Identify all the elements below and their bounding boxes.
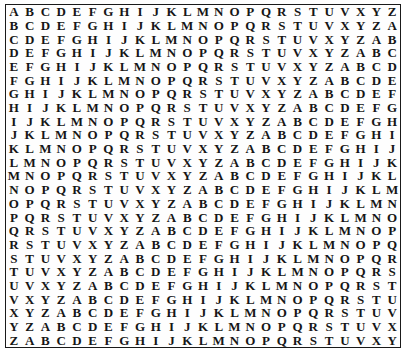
grid-cell-r10c2: K <box>22 128 38 142</box>
grid-cell-r24c11: I <box>164 320 180 334</box>
grid-cell-r13c10: V <box>148 169 164 183</box>
grid-cell-r21c10: E <box>148 279 164 293</box>
grid-cell-r11c6: P <box>85 142 101 156</box>
grid-cell-r18c22: N <box>337 238 353 252</box>
grid-cell-r4c11: N <box>164 46 180 60</box>
grid-cell-r5c25: D <box>384 60 400 74</box>
grid-cell-r9c25: H <box>384 114 400 128</box>
grid-cell-r3c5: G <box>69 32 85 46</box>
grid-cell-r18c20: L <box>305 238 321 252</box>
grid-cell-r18c14: F <box>211 238 227 252</box>
grid-cell-r15c4: R <box>53 197 69 211</box>
grid-cell-r17c19: J <box>290 224 306 238</box>
grid-cell-r8c10: Q <box>148 101 164 115</box>
grid-cell-r22c2: X <box>22 292 38 306</box>
grid-cell-r25c2: A <box>22 333 38 347</box>
grid-cell-r14c3: P <box>38 183 54 197</box>
grid-cell-r14c12: Z <box>179 183 195 197</box>
grid-cell-r12c19: E <box>290 155 306 169</box>
grid-cell-r21c9: D <box>132 279 148 293</box>
grid-cell-r17c10: A <box>148 224 164 238</box>
grid-cell-r12c10: U <box>148 155 164 169</box>
grid-cell-r18c7: Y <box>101 238 117 252</box>
grid-cell-r19c15: H <box>227 251 243 265</box>
grid-cell-r22c23: S <box>353 292 369 306</box>
grid-cell-r16c15: E <box>227 210 243 224</box>
grid-cell-r6c5: J <box>69 73 85 87</box>
grid-cell-r11c9: S <box>132 142 148 156</box>
grid-cell-r11c23: H <box>353 142 369 156</box>
grid-cell-r17c25: P <box>384 224 400 238</box>
grid-cell-r8c4: K <box>53 101 69 115</box>
grid-cell-r8c8: O <box>116 101 132 115</box>
grid-cell-r11c2: L <box>22 142 38 156</box>
grid-cell-r22c11: G <box>164 292 180 306</box>
grid-cell-r1c19: S <box>290 5 306 19</box>
grid-cell-r22c1: V <box>6 292 22 306</box>
grid-cell-r16c19: I <box>290 210 306 224</box>
grid-cell-r14c7: T <box>101 183 117 197</box>
grid-cell-r22c7: C <box>101 292 117 306</box>
grid-cell-r5c10: N <box>148 60 164 74</box>
grid-cell-r6c6: K <box>85 73 101 87</box>
grid-cell-r20c7: A <box>101 265 117 279</box>
grid-cell-r11c12: V <box>179 142 195 156</box>
grid-cell-r2c11: L <box>164 19 180 33</box>
grid-cell-r19c22: O <box>337 251 353 265</box>
grid-cell-r20c19: M <box>290 265 306 279</box>
grid-cell-r24c23: U <box>353 320 369 334</box>
grid-cell-r5c11: O <box>164 60 180 74</box>
grid-cell-r24c8: F <box>116 320 132 334</box>
grid-cell-r25c1: Z <box>6 333 22 347</box>
grid-cell-r21c20: O <box>305 279 321 293</box>
grid-cell-r8c2: I <box>22 101 38 115</box>
grid-cell-r1c14: N <box>211 5 227 19</box>
grid-cell-r7c20: A <box>305 87 321 101</box>
grid-cell-r9c23: F <box>353 114 369 128</box>
grid-cell-r2c5: F <box>69 19 85 33</box>
grid-cell-r22c13: I <box>195 292 211 306</box>
grid-cell-r22c20: P <box>305 292 321 306</box>
grid-cell-r1c2: B <box>22 5 38 19</box>
grid-cell-r11c14: Y <box>211 142 227 156</box>
grid-cell-r3c10: L <box>148 32 164 46</box>
grid-cell-r10c12: U <box>179 128 195 142</box>
grid-cell-r22c22: R <box>337 292 353 306</box>
grid-cell-r18c1: R <box>6 238 22 252</box>
grid-cell-r16c14: D <box>211 210 227 224</box>
grid-cell-r8c5: L <box>69 101 85 115</box>
grid-cell-r18c17: I <box>258 238 274 252</box>
grid-cell-r16c21: K <box>321 210 337 224</box>
grid-cell-r20c3: V <box>38 265 54 279</box>
grid-cell-r20c6: Z <box>85 265 101 279</box>
grid-cell-r3c1: C <box>6 32 22 46</box>
grid-cell-r9c3: K <box>38 114 54 128</box>
grid-cell-r3c15: Q <box>227 32 243 46</box>
grid-cell-r24c2: Z <box>22 320 38 334</box>
grid-cell-r10c18: B <box>274 128 290 142</box>
grid-cell-r11c10: T <box>148 142 164 156</box>
grid-cell-r6c11: P <box>164 73 180 87</box>
grid-cell-r25c7: F <box>101 333 117 347</box>
grid-cell-r6c20: Z <box>305 73 321 87</box>
grid-cell-r13c1: M <box>6 169 22 183</box>
grid-cell-r20c12: F <box>179 265 195 279</box>
grid-cell-r21c3: X <box>38 279 54 293</box>
grid-cell-r22c15: K <box>227 292 243 306</box>
grid-cell-r25c21: T <box>321 333 337 347</box>
grid-cell-r1c10: J <box>148 5 164 19</box>
grid-cell-r20c20: N <box>305 265 321 279</box>
grid-cell-r19c13: F <box>195 251 211 265</box>
grid-cell-r11c17: B <box>258 142 274 156</box>
grid-cell-r1c3: C <box>38 5 54 19</box>
grid-cell-r5c14: R <box>211 60 227 74</box>
grid-cell-r16c23: M <box>353 210 369 224</box>
grid-cell-r16c11: A <box>164 210 180 224</box>
grid-cell-r2c8: I <box>116 19 132 33</box>
grid-cell-r1c11: K <box>164 5 180 19</box>
grid-cell-r1c25: Z <box>384 5 400 19</box>
grid-cell-r19c12: E <box>179 251 195 265</box>
grid-cell-r7c16: V <box>242 87 258 101</box>
grid-cell-r22c4: Z <box>53 292 69 306</box>
grid-cell-r23c22: S <box>337 306 353 320</box>
grid-cell-r20c17: K <box>258 265 274 279</box>
grid-cell-r14c18: F <box>274 183 290 197</box>
grid-cell-r7c21: B <box>321 87 337 101</box>
grid-cell-r20c8: B <box>116 265 132 279</box>
grid-cell-r3c11: M <box>164 32 180 46</box>
grid-cell-r17c3: S <box>38 224 54 238</box>
grid-cell-r6c15: T <box>227 73 243 87</box>
grid-cell-r1c17: Q <box>258 5 274 19</box>
grid-cell-r18c12: D <box>179 238 195 252</box>
grid-cell-r12c13: Y <box>195 155 211 169</box>
grid-cell-r14c23: K <box>353 183 369 197</box>
grid-cell-r25c5: D <box>69 333 85 347</box>
grid-cell-r25c8: G <box>116 333 132 347</box>
grid-cell-r15c16: E <box>242 197 258 211</box>
grid-cell-r10c25: I <box>384 128 400 142</box>
grid-cell-r23c14: K <box>211 306 227 320</box>
grid-cell-r14c24: L <box>368 183 384 197</box>
grid-cell-r8c18: Z <box>274 101 290 115</box>
grid-cell-r13c21: H <box>321 169 337 183</box>
grid-cell-r15c11: Z <box>164 197 180 211</box>
grid-cell-r12c5: P <box>69 155 85 169</box>
grid-cell-r5c24: C <box>368 60 384 74</box>
grid-cell-r9c9: Q <box>132 114 148 128</box>
grid-cell-r18c21: M <box>321 238 337 252</box>
grid-cell-r11c11: U <box>164 142 180 156</box>
grid-cell-r15c22: K <box>337 197 353 211</box>
grid-cell-r22c10: F <box>148 292 164 306</box>
grid-cell-r16c8: X <box>116 210 132 224</box>
grid-cell-r18c19: K <box>290 238 306 252</box>
grid-cell-r23c5: B <box>69 306 85 320</box>
grid-cell-r17c8: Y <box>116 224 132 238</box>
grid-cell-r6c18: X <box>274 73 290 87</box>
grid-cell-r15c24: M <box>368 197 384 211</box>
grid-cell-r17c13: D <box>195 224 211 238</box>
grid-cell-r10c9: R <box>132 128 148 142</box>
grid-cell-r15c10: Y <box>148 197 164 211</box>
grid-cell-r10c7: P <box>101 128 117 142</box>
grid-cell-r1c22: V <box>337 5 353 19</box>
grid-cell-r3c13: O <box>195 32 211 46</box>
grid-cell-r21c4: Y <box>53 279 69 293</box>
grid-cell-r15c2: P <box>22 197 38 211</box>
grid-cell-r15c1: O <box>6 197 22 211</box>
grid-cell-r22c24: T <box>368 292 384 306</box>
grid-cell-r12c2: M <box>22 155 38 169</box>
grid-cell-r5c9: M <box>132 60 148 74</box>
grid-cell-r19c16: I <box>242 251 258 265</box>
grid-cell-r6c7: L <box>101 73 117 87</box>
grid-cell-r17c23: N <box>353 224 369 238</box>
grid-cell-r18c23: O <box>353 238 369 252</box>
grid-cell-r8c9: P <box>132 101 148 115</box>
grid-cell-r12c12: X <box>179 155 195 169</box>
grid-cell-r23c10: G <box>148 306 164 320</box>
grid-cell-r6c13: R <box>195 73 211 87</box>
grid-cell-r8c16: X <box>242 101 258 115</box>
grid-cell-r25c25: Y <box>384 333 400 347</box>
grid-cell-r16c4: S <box>53 210 69 224</box>
grid-cell-r15c19: H <box>290 197 306 211</box>
grid-cell-r4c16: S <box>242 46 258 60</box>
grid-cell-r18c10: B <box>148 238 164 252</box>
grid-cell-r15c14: C <box>211 197 227 211</box>
grid-cell-r8c22: D <box>337 101 353 115</box>
grid-cell-r1c20: T <box>305 5 321 19</box>
grid-cell-r3c6: H <box>85 32 101 46</box>
grid-cell-r18c8: Z <box>116 238 132 252</box>
grid-cell-r19c25: R <box>384 251 400 265</box>
grid-cell-r15c17: F <box>258 197 274 211</box>
grid-cell-r13c5: Q <box>69 169 85 183</box>
grid-cell-r4c12: O <box>179 46 195 60</box>
grid-cell-r19c14: G <box>211 251 227 265</box>
grid-cell-r13c8: T <box>116 169 132 183</box>
grid-cell-r6c9: N <box>132 73 148 87</box>
grid-cell-r5c16: T <box>242 60 258 74</box>
grid-cell-r8c23: E <box>353 101 369 115</box>
grid-cell-r21c11: F <box>164 279 180 293</box>
grid-cell-r20c13: G <box>195 265 211 279</box>
grid-cell-r4c21: Y <box>321 46 337 60</box>
grid-cell-r7c18: Y <box>274 87 290 101</box>
grid-cell-r23c2: Y <box>22 306 38 320</box>
grid-cell-r7c19: Z <box>290 87 306 101</box>
grid-cell-r16c12: B <box>179 210 195 224</box>
grid-cell-r12c14: Z <box>211 155 227 169</box>
grid-cell-r7c5: K <box>69 87 85 101</box>
grid-cell-r25c12: K <box>179 333 195 347</box>
grid-cell-r7c11: Q <box>164 87 180 101</box>
grid-cell-r25c17: P <box>258 333 274 347</box>
grid-cell-r19c23: P <box>353 251 369 265</box>
grid-cell-r24c6: D <box>85 320 101 334</box>
grid-cell-r14c16: D <box>242 183 258 197</box>
grid-cell-r9c15: X <box>227 114 243 128</box>
grid-cell-r20c15: I <box>227 265 243 279</box>
grid-cell-r1c1: A <box>6 5 22 19</box>
grid-cell-r18c5: V <box>69 238 85 252</box>
grid-cell-r21c18: M <box>274 279 290 293</box>
grid-cell-r16c17: G <box>258 210 274 224</box>
grid-cell-r23c25: V <box>384 306 400 320</box>
grid-cell-r6c10: O <box>148 73 164 87</box>
grid-cell-r21c19: N <box>290 279 306 293</box>
grid-cell-r3c8: J <box>116 32 132 46</box>
grid-cell-r20c5: Y <box>69 265 85 279</box>
grid-cell-r21c7: B <box>101 279 117 293</box>
grid-cell-r9c22: E <box>337 114 353 128</box>
grid-cell-r16c9: Y <box>132 210 148 224</box>
grid-cell-r14c9: V <box>132 183 148 197</box>
grid-cell-r9c4: L <box>53 114 69 128</box>
grid-cell-r24c24: V <box>368 320 384 334</box>
grid-cell-r10c5: N <box>69 128 85 142</box>
grid-cell-r11c22: G <box>337 142 353 156</box>
grid-cell-r13c25: L <box>384 169 400 183</box>
grid-cell-r11c21: F <box>321 142 337 156</box>
grid-cell-r8c6: M <box>85 101 101 115</box>
grid-cell-r4c1: D <box>6 46 22 60</box>
grid-cell-r10c15: Y <box>227 128 243 142</box>
grid-cell-r6c23: C <box>353 73 369 87</box>
grid-cell-r17c15: F <box>227 224 243 238</box>
grid-cell-r18c16: H <box>242 238 258 252</box>
grid-cell-r5c1: E <box>6 60 22 74</box>
grid-cell-r16c1: P <box>6 210 22 224</box>
grid-cell-r20c21: O <box>321 265 337 279</box>
grid-cell-r23c6: C <box>85 306 101 320</box>
grid-cell-r24c3: A <box>38 320 54 334</box>
grid-cell-r11c19: D <box>290 142 306 156</box>
grid-cell-r8c12: S <box>179 101 195 115</box>
grid-cell-r18c24: P <box>368 238 384 252</box>
grid-cell-r2c24: Z <box>368 19 384 33</box>
grid-cell-r23c24: U <box>368 306 384 320</box>
grid-cell-r16c22: L <box>337 210 353 224</box>
grid-cell-r21c22: Q <box>337 279 353 293</box>
grid-cell-r20c18: L <box>274 265 290 279</box>
grid-cell-r1c15: O <box>227 5 243 19</box>
grid-cell-r23c13: J <box>195 306 211 320</box>
grid-cell-r18c9: A <box>132 238 148 252</box>
grid-cell-r18c11: C <box>164 238 180 252</box>
grid-cell-r8c14: U <box>211 101 227 115</box>
grid-cell-r5c19: X <box>290 60 306 74</box>
grid-cell-r3c7: I <box>101 32 117 46</box>
grid-cell-r23c19: P <box>290 306 306 320</box>
grid-cell-r15c8: V <box>116 197 132 211</box>
grid-cell-r23c9: F <box>132 306 148 320</box>
grid-cell-r2c7: H <box>101 19 117 33</box>
grid-cell-r13c16: C <box>242 169 258 183</box>
grid-cell-r22c6: B <box>85 292 101 306</box>
grid-cell-r18c3: T <box>38 238 54 252</box>
grid-cell-r11c7: Q <box>101 142 117 156</box>
grid-cell-r21c12: G <box>179 279 195 293</box>
grid-cell-r8c17: Y <box>258 101 274 115</box>
grid-cell-r10c6: O <box>85 128 101 142</box>
grid-cell-r3c24: A <box>368 32 384 46</box>
grid-cell-r19c8: A <box>116 251 132 265</box>
grid-cell-r9c11: S <box>164 114 180 128</box>
grid-cell-r2c17: R <box>258 19 274 33</box>
grid-cell-r19c1: S <box>6 251 22 265</box>
grid-cell-r12c15: A <box>227 155 243 169</box>
grid-cell-r17c11: B <box>164 224 180 238</box>
grid-cell-r17c21: L <box>321 224 337 238</box>
grid-cell-r10c11: T <box>164 128 180 142</box>
grid-cell-r13c7: S <box>101 169 117 183</box>
grid-cell-r3c23: Z <box>353 32 369 46</box>
grid-cell-r21c13: H <box>195 279 211 293</box>
grid-cell-r2c14: O <box>211 19 227 33</box>
grid-cell-r20c11: E <box>164 265 180 279</box>
grid-cell-r2c16: Q <box>242 19 258 33</box>
grid-cell-r12c25: K <box>384 155 400 169</box>
grid-cell-r19c10: C <box>148 251 164 265</box>
grid-cell-r2c12: M <box>179 19 195 33</box>
grid-cell-r2c3: D <box>38 19 54 33</box>
grid-cell-r10c14: X <box>211 128 227 142</box>
grid-cell-r23c20: Q <box>305 306 321 320</box>
grid-cell-r2c19: T <box>290 19 306 33</box>
grid-cell-r7c17: X <box>258 87 274 101</box>
grid-cell-r16c5: T <box>69 210 85 224</box>
grid-cell-r9c17: Z <box>258 114 274 128</box>
grid-cell-r21c5: Z <box>69 279 85 293</box>
grid-cell-r16c6: U <box>85 210 101 224</box>
grid-cell-r7c13: S <box>195 87 211 101</box>
grid-cell-r11c16: A <box>242 142 258 156</box>
grid-cell-r9c8: P <box>116 114 132 128</box>
grid-cell-r4c6: I <box>85 46 101 60</box>
grid-cell-r1c12: L <box>179 5 195 19</box>
grid-cell-r6c16: U <box>242 73 258 87</box>
grid-cell-r12c1: L <box>6 155 22 169</box>
grid-cell-r12c11: V <box>164 155 180 169</box>
grid-cell-r10c13: V <box>195 128 211 142</box>
grid-cell-r4c17: T <box>258 46 274 60</box>
grid-cell-r24c19: Q <box>290 320 306 334</box>
grid-cell-r25c15: N <box>227 333 243 347</box>
grid-cell-r15c7: U <box>101 197 117 211</box>
grid-cell-r20c10: D <box>148 265 164 279</box>
grid-cell-r5c20: Y <box>305 60 321 74</box>
grid-cell-r24c15: M <box>227 320 243 334</box>
grid-cell-r2c13: N <box>195 19 211 33</box>
grid-cell-r25c16: O <box>242 333 258 347</box>
grid-cell-r15c25: N <box>384 197 400 211</box>
grid-cell-r3c20: V <box>305 32 321 46</box>
grid-cell-r21c2: V <box>22 279 38 293</box>
grid-cell-r5c6: J <box>85 60 101 74</box>
grid-cell-r3c16: R <box>242 32 258 46</box>
grid-cell-r23c3: Z <box>38 306 54 320</box>
grid-cell-r24c14: L <box>211 320 227 334</box>
grid-cell-r7c1: G <box>6 87 22 101</box>
grid-cell-r18c4: U <box>53 238 69 252</box>
